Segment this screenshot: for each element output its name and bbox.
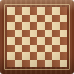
square-g1[interactable] [52,60,60,68]
square-b4[interactable] [15,37,23,45]
square-e8[interactable] [37,7,45,15]
square-g8[interactable] [52,7,60,15]
square-f1[interactable] [45,60,53,68]
square-f3[interactable] [45,45,53,53]
square-g6[interactable] [52,22,60,30]
square-f2[interactable] [45,52,53,60]
square-e1[interactable] [37,60,45,68]
square-a7[interactable] [7,15,15,23]
square-g7[interactable] [52,15,60,23]
square-g2[interactable] [52,52,60,60]
square-b6[interactable] [15,22,23,30]
square-e5[interactable] [37,30,45,38]
square-g3[interactable] [52,45,60,53]
square-h6[interactable] [60,22,68,30]
square-g4[interactable] [52,37,60,45]
square-e3[interactable] [37,45,45,53]
square-d2[interactable] [30,52,38,60]
square-d1[interactable] [30,60,38,68]
square-g5[interactable] [52,30,60,38]
square-h1[interactable] [60,60,68,68]
square-c2[interactable] [22,52,30,60]
square-h4[interactable] [60,37,68,45]
square-c5[interactable] [22,30,30,38]
square-a1[interactable] [7,60,15,68]
square-d8[interactable] [30,7,38,15]
square-c4[interactable] [22,37,30,45]
square-d3[interactable] [30,45,38,53]
square-c8[interactable] [22,7,30,15]
square-b3[interactable] [15,45,23,53]
square-d4[interactable] [30,37,38,45]
square-c6[interactable] [22,22,30,30]
square-b7[interactable] [15,15,23,23]
square-b5[interactable] [15,30,23,38]
square-a2[interactable] [7,52,15,60]
square-h5[interactable] [60,30,68,38]
square-a4[interactable] [7,37,15,45]
chess-board [0,0,74,74]
square-e6[interactable] [37,22,45,30]
square-h8[interactable] [60,7,68,15]
square-h7[interactable] [60,15,68,23]
square-c1[interactable] [22,60,30,68]
square-b1[interactable] [15,60,23,68]
square-f4[interactable] [45,37,53,45]
square-a6[interactable] [7,22,15,30]
square-f5[interactable] [45,30,53,38]
square-a5[interactable] [7,30,15,38]
square-f8[interactable] [45,7,53,15]
board-grid [7,7,67,67]
square-h2[interactable] [60,52,68,60]
square-a8[interactable] [7,7,15,15]
square-d6[interactable] [30,22,38,30]
square-a3[interactable] [7,45,15,53]
square-b2[interactable] [15,52,23,60]
square-c3[interactable] [22,45,30,53]
square-f6[interactable] [45,22,53,30]
square-e4[interactable] [37,37,45,45]
square-e7[interactable] [37,15,45,23]
square-d7[interactable] [30,15,38,23]
square-c7[interactable] [22,15,30,23]
square-b8[interactable] [15,7,23,15]
square-f7[interactable] [45,15,53,23]
square-d5[interactable] [30,30,38,38]
square-e2[interactable] [37,52,45,60]
square-h3[interactable] [60,45,68,53]
